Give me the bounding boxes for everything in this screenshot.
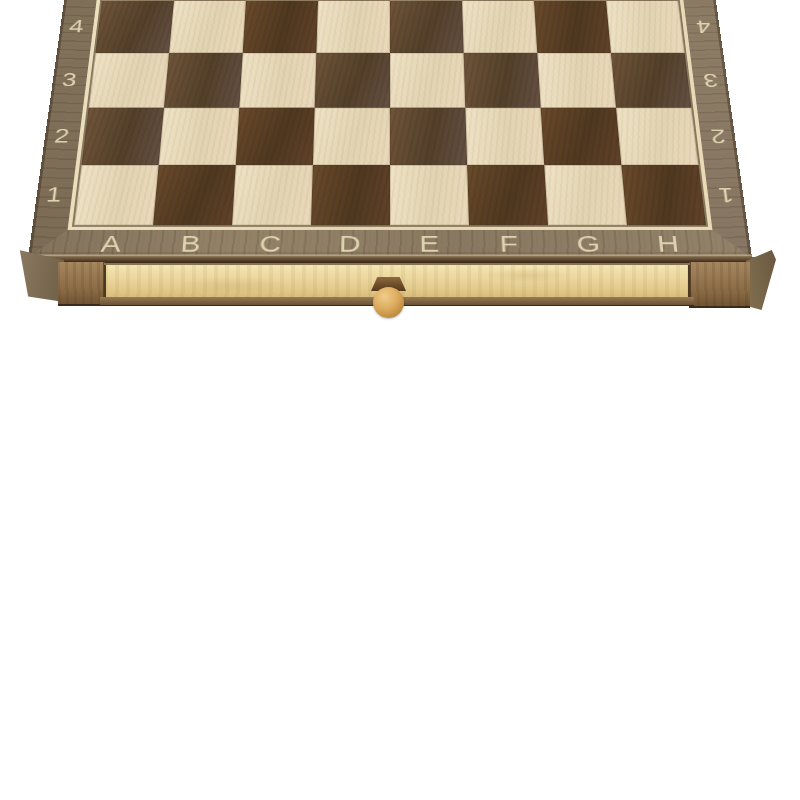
square-g3 [537, 53, 616, 108]
square-g2 [541, 108, 622, 165]
square-c3 [239, 53, 316, 108]
square-f2 [465, 108, 544, 165]
square-b4 [169, 1, 246, 53]
box-right-side [746, 250, 776, 310]
square-a4 [95, 1, 174, 53]
square-e1 [390, 165, 469, 225]
rank-label: 1 [716, 183, 735, 207]
rank-label: 3 [61, 69, 79, 91]
product-photo: AABBCCDDEEFFGGHH1122334455667788 [0, 0, 800, 800]
box-corner-block-left [58, 262, 105, 306]
square-a1 [74, 165, 159, 225]
drawer-knob [373, 287, 404, 318]
chess-board: AABBCCDDEEFFGGHH1122334455667788 [28, 0, 752, 258]
square-h3 [611, 53, 691, 108]
square-g1 [544, 165, 627, 225]
square-a3 [89, 53, 169, 108]
square-c1 [232, 165, 313, 225]
rank-label: 1 [45, 183, 64, 207]
square-e2 [390, 108, 467, 165]
box-corner-block-right [689, 262, 750, 308]
square-e3 [390, 53, 465, 108]
square-d3 [315, 53, 390, 108]
square-b2 [159, 108, 240, 165]
square-c2 [236, 108, 315, 165]
square-g4 [534, 1, 611, 53]
square-h2 [616, 108, 698, 165]
square-h4 [606, 1, 685, 53]
square-d1 [311, 165, 390, 225]
rank-label: 3 [701, 69, 719, 91]
square-f3 [464, 53, 541, 108]
square-f4 [462, 1, 537, 53]
square-a2 [82, 108, 164, 165]
square-d2 [313, 108, 390, 165]
square-e4 [390, 1, 464, 53]
rank-label: 2 [708, 125, 727, 148]
rank-label: 2 [53, 125, 72, 148]
square-c4 [243, 1, 318, 53]
rank-label: 4 [68, 16, 86, 37]
square-h1 [621, 165, 706, 225]
square-d4 [316, 1, 390, 53]
square-f1 [467, 165, 548, 225]
rank-label: 4 [694, 16, 712, 37]
squares-grid [74, 0, 706, 225]
square-b3 [164, 53, 243, 108]
square-b1 [153, 165, 236, 225]
